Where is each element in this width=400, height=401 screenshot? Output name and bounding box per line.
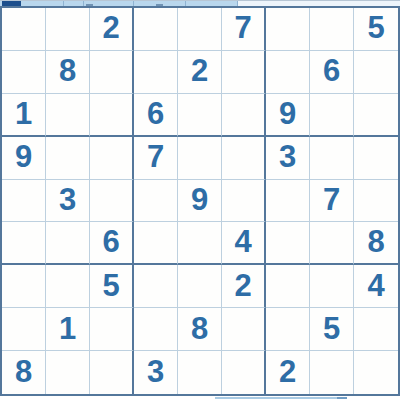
cell-r8c4[interactable] [134, 308, 178, 351]
given-digit: 9 [191, 184, 208, 215]
cell-r8c9[interactable] [354, 308, 398, 351]
cell-r2c5[interactable]: 2 [178, 51, 222, 94]
given-digit: 8 [59, 55, 76, 86]
cell-r7c4[interactable] [134, 265, 178, 308]
cell-r4c4[interactable]: 7 [134, 137, 178, 180]
cell-r8c8[interactable]: 5 [310, 308, 354, 351]
cell-r3c9[interactable] [354, 94, 398, 137]
cell-r5c8[interactable]: 7 [310, 180, 354, 223]
cell-r3c5[interactable] [178, 94, 222, 137]
cell-r8c2[interactable]: 1 [46, 308, 90, 351]
given-digit: 6 [323, 55, 340, 86]
given-digit: 4 [234, 226, 251, 257]
cell-r1c4[interactable] [134, 8, 178, 51]
given-digit: 2 [279, 356, 296, 387]
cell-r8c7[interactable] [266, 308, 310, 351]
given-digit: 8 [367, 226, 384, 257]
given-digit: 5 [323, 313, 340, 344]
given-digit: 6 [102, 226, 119, 257]
given-digit: 7 [234, 12, 251, 43]
cell-r5c3[interactable] [90, 180, 134, 223]
cell-r6c5[interactable] [178, 222, 222, 265]
given-digit: 1 [59, 313, 76, 344]
bottom-highlight-line [215, 397, 345, 399]
screen: 275826169973397648524185832 [0, 0, 400, 401]
cell-r7c3[interactable]: 5 [90, 265, 134, 308]
cell-r1c6[interactable]: 7 [222, 8, 266, 51]
cell-r7c5[interactable] [178, 265, 222, 308]
cell-r8c6[interactable] [222, 308, 266, 351]
cell-r2c9[interactable] [354, 51, 398, 94]
cell-r8c3[interactable] [90, 308, 134, 351]
cell-r6c4[interactable] [134, 222, 178, 265]
cell-r7c1[interactable] [2, 265, 46, 308]
given-digit: 6 [147, 98, 164, 129]
cell-r2c4[interactable] [134, 51, 178, 94]
cell-r9c5[interactable] [178, 351, 222, 394]
given-digit: 9 [279, 98, 296, 129]
cell-r3c4[interactable]: 6 [134, 94, 178, 137]
cell-r1c7[interactable] [266, 8, 310, 51]
cell-r3c2[interactable] [46, 94, 90, 137]
cell-r9c2[interactable] [46, 351, 90, 394]
given-digit: 1 [15, 98, 32, 129]
given-digit: 5 [102, 270, 119, 301]
cell-r9c1[interactable]: 8 [2, 351, 46, 394]
cell-r1c8[interactable] [310, 8, 354, 51]
sudoku-board: 275826169973397648524185832 [0, 6, 400, 396]
given-digit: 8 [191, 313, 208, 344]
cell-r5c7[interactable] [266, 180, 310, 223]
given-digit: 5 [367, 12, 384, 43]
cell-r2c8[interactable]: 6 [310, 51, 354, 94]
cell-r5c2[interactable]: 3 [46, 180, 90, 223]
cell-r1c5[interactable] [178, 8, 222, 51]
cell-r5c1[interactable] [2, 180, 46, 223]
cell-r3c3[interactable] [90, 94, 134, 137]
cell-r1c3[interactable]: 2 [90, 8, 134, 51]
given-digit: 2 [234, 270, 251, 301]
cell-r7c2[interactable] [46, 265, 90, 308]
cell-r4c2[interactable] [46, 137, 90, 180]
cell-r4c6[interactable] [222, 137, 266, 180]
cell-r6c8[interactable] [310, 222, 354, 265]
cell-r3c6[interactable] [222, 94, 266, 137]
cell-r2c3[interactable] [90, 51, 134, 94]
cell-r3c1[interactable]: 1 [2, 94, 46, 137]
cell-r9c9[interactable] [354, 351, 398, 394]
cell-r8c5[interactable]: 8 [178, 308, 222, 351]
cell-r7c9[interactable]: 4 [354, 265, 398, 308]
cell-r9c3[interactable] [90, 351, 134, 394]
given-digit: 3 [59, 184, 76, 215]
cell-r9c4[interactable]: 3 [134, 351, 178, 394]
cell-r9c7[interactable]: 2 [266, 351, 310, 394]
cell-r6c9[interactable]: 8 [354, 222, 398, 265]
cell-r4c5[interactable] [178, 137, 222, 180]
given-digit: 8 [15, 356, 32, 387]
cell-r7c6[interactable]: 2 [222, 265, 266, 308]
cell-r4c8[interactable] [310, 137, 354, 180]
cell-r4c1[interactable]: 9 [2, 137, 46, 180]
cell-r2c1[interactable] [2, 51, 46, 94]
cell-r3c7[interactable]: 9 [266, 94, 310, 137]
given-digit: 9 [15, 141, 32, 172]
cell-r4c9[interactable] [354, 137, 398, 180]
cell-r9c6[interactable] [222, 351, 266, 394]
bottom-strip [0, 396, 400, 401]
cell-r6c2[interactable] [46, 222, 90, 265]
cell-r2c6[interactable] [222, 51, 266, 94]
cell-r5c4[interactable] [134, 180, 178, 223]
given-digit: 7 [323, 184, 340, 215]
cell-r6c7[interactable] [266, 222, 310, 265]
cell-r5c9[interactable] [354, 180, 398, 223]
given-digit: 3 [147, 356, 164, 387]
cell-r7c8[interactable] [310, 265, 354, 308]
given-digit: 2 [191, 55, 208, 86]
given-digit: 3 [279, 141, 296, 172]
cell-r7c7[interactable] [266, 265, 310, 308]
given-digit: 2 [102, 12, 119, 43]
given-digit: 4 [367, 270, 384, 301]
cell-r4c7[interactable]: 3 [266, 137, 310, 180]
cell-r3c8[interactable] [310, 94, 354, 137]
cell-r5c5[interactable]: 9 [178, 180, 222, 223]
cell-r1c9[interactable]: 5 [354, 8, 398, 51]
cell-r6c3[interactable]: 6 [90, 222, 134, 265]
cell-r8c1[interactable] [2, 308, 46, 351]
cell-r1c1[interactable] [2, 8, 46, 51]
cell-r2c7[interactable] [266, 51, 310, 94]
cell-r6c1[interactable] [2, 222, 46, 265]
cell-r9c8[interactable] [310, 351, 354, 394]
cell-r4c3[interactable] [90, 137, 134, 180]
cell-r6c6[interactable]: 4 [222, 222, 266, 265]
cell-r5c6[interactable] [222, 180, 266, 223]
bottom-highlight-segment [337, 397, 347, 399]
cell-r1c2[interactable] [46, 8, 90, 51]
given-digit: 7 [147, 141, 164, 172]
cell-r2c2[interactable]: 8 [46, 51, 90, 94]
